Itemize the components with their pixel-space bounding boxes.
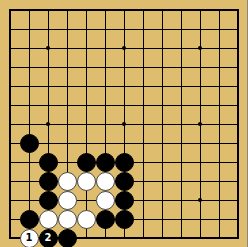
intersection-11-10[interactable]	[210, 191, 229, 210]
intersection-2-7[interactable]	[39, 134, 58, 153]
intersection-12-12[interactable]	[229, 229, 248, 247]
intersection-0-5[interactable]	[1, 96, 20, 115]
intersection-11-1[interactable]	[210, 20, 229, 39]
intersection-12-2[interactable]	[229, 39, 248, 58]
intersection-0-6[interactable]	[1, 115, 20, 134]
intersection-1-6[interactable]	[20, 115, 39, 134]
intersection-6-8[interactable]	[115, 153, 134, 172]
intersection-4-10[interactable]	[77, 191, 96, 210]
intersection-7-11[interactable]	[134, 210, 153, 229]
intersection-3-8[interactable]	[58, 153, 77, 172]
intersection-2-2[interactable]	[39, 39, 58, 58]
intersection-7-3[interactable]	[134, 58, 153, 77]
black-stone	[39, 191, 58, 210]
intersection-7-1[interactable]	[134, 20, 153, 39]
intersection-3-7[interactable]	[58, 134, 77, 153]
intersection-6-3[interactable]	[115, 58, 134, 77]
intersection-11-7[interactable]	[210, 134, 229, 153]
intersection-0-12[interactable]	[1, 229, 20, 247]
intersection-9-12[interactable]	[172, 229, 191, 247]
intersection-11-5[interactable]	[210, 96, 229, 115]
intersection-9-7[interactable]	[172, 134, 191, 153]
black-stone	[20, 210, 39, 229]
board-grid: 12	[1, 1, 248, 247]
intersection-4-3[interactable]	[77, 58, 96, 77]
intersection-6-6[interactable]	[115, 115, 134, 134]
intersection-0-1[interactable]	[1, 20, 20, 39]
intersection-11-9[interactable]	[210, 172, 229, 191]
intersection-2-11[interactable]	[39, 210, 58, 229]
intersection-9-11[interactable]	[172, 210, 191, 229]
black-stone	[115, 153, 134, 172]
intersection-2-3[interactable]	[39, 58, 58, 77]
black-stone	[115, 210, 134, 229]
intersection-2-9[interactable]	[39, 172, 58, 191]
intersection-12-9[interactable]	[229, 172, 248, 191]
intersection-8-3[interactable]	[153, 58, 172, 77]
intersection-2-5[interactable]	[39, 96, 58, 115]
intersection-2-8[interactable]	[39, 153, 58, 172]
intersection-5-7[interactable]	[96, 134, 115, 153]
intersection-4-11[interactable]	[77, 210, 96, 229]
intersection-4-12[interactable]	[77, 229, 96, 247]
intersection-5-11[interactable]	[96, 210, 115, 229]
intersection-9-4[interactable]	[172, 77, 191, 96]
intersection-10-1[interactable]	[191, 20, 210, 39]
intersection-10-8[interactable]	[191, 153, 210, 172]
intersection-1-7[interactable]	[20, 134, 39, 153]
intersection-5-6[interactable]	[96, 115, 115, 134]
intersection-1-11[interactable]	[20, 210, 39, 229]
intersection-9-6[interactable]	[172, 115, 191, 134]
intersection-3-12[interactable]	[58, 229, 77, 247]
intersection-12-3[interactable]	[229, 58, 248, 77]
intersection-8-12[interactable]	[153, 229, 172, 247]
intersection-8-5[interactable]	[153, 96, 172, 115]
intersection-0-9[interactable]	[1, 172, 20, 191]
intersection-7-5[interactable]	[134, 96, 153, 115]
intersection-10-10[interactable]	[191, 191, 210, 210]
intersection-3-2[interactable]	[58, 39, 77, 58]
intersection-5-5[interactable]	[96, 96, 115, 115]
intersection-4-1[interactable]	[77, 20, 96, 39]
intersection-8-4[interactable]	[153, 77, 172, 96]
intersection-11-3[interactable]	[210, 58, 229, 77]
intersection-8-10[interactable]	[153, 191, 172, 210]
intersection-12-8[interactable]	[229, 153, 248, 172]
intersection-4-9[interactable]	[77, 172, 96, 191]
white-stone: 1	[20, 229, 39, 247]
intersection-6-0[interactable]	[115, 1, 134, 20]
intersection-1-10[interactable]	[20, 191, 39, 210]
intersection-0-8[interactable]	[1, 153, 20, 172]
intersection-12-6[interactable]	[229, 115, 248, 134]
move-number-label: 1	[26, 233, 33, 243]
intersection-8-6[interactable]	[153, 115, 172, 134]
intersection-8-2[interactable]	[153, 39, 172, 58]
intersection-10-0[interactable]	[191, 1, 210, 20]
black-stone: 2	[39, 229, 58, 247]
intersection-7-4[interactable]	[134, 77, 153, 96]
intersection-11-4[interactable]	[210, 77, 229, 96]
intersection-3-0[interactable]	[58, 1, 77, 20]
intersection-1-2[interactable]	[20, 39, 39, 58]
intersection-0-2[interactable]	[1, 39, 20, 58]
intersection-0-0[interactable]	[1, 1, 20, 20]
intersection-9-8[interactable]	[172, 153, 191, 172]
intersection-10-5[interactable]	[191, 96, 210, 115]
intersection-11-6[interactable]	[210, 115, 229, 134]
white-stone	[58, 210, 77, 229]
intersection-9-1[interactable]	[172, 20, 191, 39]
intersection-8-8[interactable]	[153, 153, 172, 172]
intersection-8-7[interactable]	[153, 134, 172, 153]
intersection-6-10[interactable]	[115, 191, 134, 210]
intersection-6-7[interactable]	[115, 134, 134, 153]
black-stone	[20, 134, 39, 153]
intersection-12-1[interactable]	[229, 20, 248, 39]
intersection-3-6[interactable]	[58, 115, 77, 134]
intersection-4-6[interactable]	[77, 115, 96, 134]
intersection-1-8[interactable]	[20, 153, 39, 172]
intersection-12-5[interactable]	[229, 96, 248, 115]
intersection-9-9[interactable]	[172, 172, 191, 191]
intersection-8-9[interactable]	[153, 172, 172, 191]
white-stone	[77, 210, 96, 229]
black-stone	[115, 191, 134, 210]
white-stone	[58, 191, 77, 210]
intersection-5-3[interactable]	[96, 58, 115, 77]
intersection-3-5[interactable]	[58, 96, 77, 115]
intersection-4-7[interactable]	[77, 134, 96, 153]
intersection-7-6[interactable]	[134, 115, 153, 134]
intersection-8-1[interactable]	[153, 20, 172, 39]
intersection-9-2[interactable]	[172, 39, 191, 58]
intersection-2-12[interactable]: 2	[39, 229, 58, 247]
intersection-3-11[interactable]	[58, 210, 77, 229]
intersection-7-7[interactable]	[134, 134, 153, 153]
intersection-11-12[interactable]	[210, 229, 229, 247]
intersection-10-3[interactable]	[191, 58, 210, 77]
intersection-11-0[interactable]	[210, 1, 229, 20]
intersection-7-10[interactable]	[134, 191, 153, 210]
intersection-3-9[interactable]	[58, 172, 77, 191]
intersection-0-3[interactable]	[1, 58, 20, 77]
intersection-0-4[interactable]	[1, 77, 20, 96]
black-stone	[58, 229, 77, 247]
intersection-4-5[interactable]	[77, 96, 96, 115]
black-stone	[77, 153, 96, 172]
intersection-10-4[interactable]	[191, 77, 210, 96]
intersection-6-9[interactable]	[115, 172, 134, 191]
intersection-2-1[interactable]	[39, 20, 58, 39]
intersection-7-0[interactable]	[134, 1, 153, 20]
black-stone	[96, 210, 115, 229]
intersection-6-5[interactable]	[115, 96, 134, 115]
intersection-4-8[interactable]	[77, 153, 96, 172]
intersection-11-2[interactable]	[210, 39, 229, 58]
intersection-3-3[interactable]	[58, 58, 77, 77]
intersection-1-3[interactable]	[20, 58, 39, 77]
intersection-5-8[interactable]	[96, 153, 115, 172]
intersection-6-12[interactable]	[115, 229, 134, 247]
intersection-1-0[interactable]	[20, 1, 39, 20]
intersection-10-2[interactable]	[191, 39, 210, 58]
intersection-3-1[interactable]	[58, 20, 77, 39]
intersection-1-5[interactable]	[20, 96, 39, 115]
white-stone	[58, 172, 77, 191]
intersection-8-0[interactable]	[153, 1, 172, 20]
intersection-0-10[interactable]	[1, 191, 20, 210]
intersection-11-8[interactable]	[210, 153, 229, 172]
intersection-0-11[interactable]	[1, 210, 20, 229]
intersection-7-2[interactable]	[134, 39, 153, 58]
intersection-10-6[interactable]	[191, 115, 210, 134]
move-number-label: 2	[45, 233, 52, 243]
white-stone	[77, 172, 96, 191]
intersection-4-0[interactable]	[77, 1, 96, 20]
intersection-11-11[interactable]	[210, 210, 229, 229]
intersection-5-9[interactable]	[96, 172, 115, 191]
intersection-3-10[interactable]	[58, 191, 77, 210]
intersection-4-4[interactable]	[77, 77, 96, 96]
white-stone	[39, 210, 58, 229]
intersection-5-0[interactable]	[96, 1, 115, 20]
intersection-9-3[interactable]	[172, 58, 191, 77]
intersection-5-12[interactable]	[96, 229, 115, 247]
intersection-9-5[interactable]	[172, 96, 191, 115]
black-stone	[115, 172, 134, 191]
intersection-2-0[interactable]	[39, 1, 58, 20]
intersection-12-10[interactable]	[229, 191, 248, 210]
intersection-10-11[interactable]	[191, 210, 210, 229]
intersection-5-10[interactable]	[96, 191, 115, 210]
intersection-6-1[interactable]	[115, 20, 134, 39]
intersection-12-4[interactable]	[229, 77, 248, 96]
intersection-5-1[interactable]	[96, 20, 115, 39]
intersection-12-0[interactable]	[229, 1, 248, 20]
intersection-0-7[interactable]	[1, 134, 20, 153]
black-stone	[39, 172, 58, 191]
intersection-6-4[interactable]	[115, 77, 134, 96]
intersection-12-7[interactable]	[229, 134, 248, 153]
intersection-12-11[interactable]	[229, 210, 248, 229]
go-board-diagram: 12	[0, 0, 247, 247]
intersection-10-12[interactable]	[191, 229, 210, 247]
intersection-1-1[interactable]	[20, 20, 39, 39]
intersection-1-4[interactable]	[20, 77, 39, 96]
white-stone	[96, 172, 115, 191]
white-stone	[96, 191, 115, 210]
intersection-1-12[interactable]: 1	[20, 229, 39, 247]
intersection-5-4[interactable]	[96, 77, 115, 96]
intersection-4-2[interactable]	[77, 39, 96, 58]
intersection-2-4[interactable]	[39, 77, 58, 96]
intersection-6-2[interactable]	[115, 39, 134, 58]
intersection-10-7[interactable]	[191, 134, 210, 153]
intersection-7-9[interactable]	[134, 172, 153, 191]
black-stone	[96, 153, 115, 172]
intersection-9-10[interactable]	[172, 191, 191, 210]
intersection-6-11[interactable]	[115, 210, 134, 229]
intersection-1-9[interactable]	[20, 172, 39, 191]
black-stone	[39, 153, 58, 172]
intersection-7-8[interactable]	[134, 153, 153, 172]
intersection-10-9[interactable]	[191, 172, 210, 191]
intersection-5-2[interactable]	[96, 39, 115, 58]
intersection-7-12[interactable]	[134, 229, 153, 247]
intersection-3-4[interactable]	[58, 77, 77, 96]
intersection-9-0[interactable]	[172, 1, 191, 20]
intersection-2-6[interactable]	[39, 115, 58, 134]
intersection-2-10[interactable]	[39, 191, 58, 210]
intersection-8-11[interactable]	[153, 210, 172, 229]
